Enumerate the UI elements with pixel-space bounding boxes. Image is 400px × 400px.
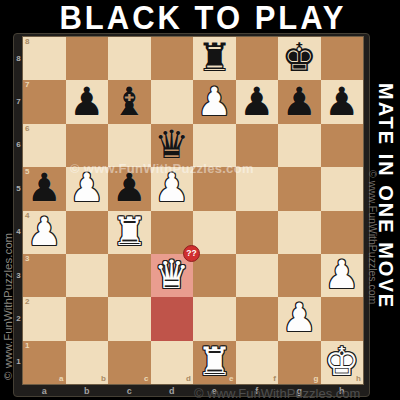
square-rank-label: 8: [25, 38, 29, 46]
piece-black-rook-e8: ♜: [197, 38, 232, 77]
square-a3: 3: [23, 254, 66, 297]
square-e4: [193, 211, 236, 254]
board-frame: 8♜♚7♟♝♟♟♟♟6♛5♟♟♟♟4♟♜3??♛♟2♟1abcde♜fgh♚ 8…: [13, 33, 370, 397]
square-rank-label: 1: [25, 342, 29, 350]
frame-file-label: a: [23, 386, 66, 397]
square-f4: [236, 211, 279, 254]
piece-white-rook-c4: ♜: [112, 212, 147, 251]
piece-black-pawn-f7: ♟: [239, 82, 274, 121]
square-b5: ♟: [66, 167, 109, 210]
square-a2: 2: [23, 297, 66, 340]
piece-white-pawn-b5: ♟: [69, 168, 104, 207]
piece-white-pawn-e7: ♟: [197, 82, 232, 121]
square-e3: [193, 254, 236, 297]
square-f6: [236, 124, 279, 167]
square-h8: [321, 37, 364, 80]
frame-file-label: f: [236, 386, 279, 397]
square-g2: ♟: [278, 297, 321, 340]
piece-white-pawn-a4: ♟: [27, 212, 62, 251]
square-f1: f: [236, 341, 279, 384]
piece-black-bishop-c7: ♝: [112, 82, 147, 121]
square-c3: [108, 254, 151, 297]
square-d6: ♛: [151, 124, 194, 167]
square-c6: [108, 124, 151, 167]
square-h6: [321, 124, 364, 167]
square-f7: ♟: [236, 80, 279, 123]
square-f2: [236, 297, 279, 340]
square-c4: ♜: [108, 211, 151, 254]
piece-white-pawn-h3: ♟: [324, 255, 359, 294]
piece-black-pawn-a5: ♟: [27, 168, 62, 207]
frame-file-label: g: [278, 386, 321, 397]
piece-white-rook-e1: ♜: [197, 342, 232, 381]
frame-rank-label: 4: [14, 227, 23, 237]
square-file-label: d: [186, 375, 191, 383]
square-h1: h♚: [321, 341, 364, 384]
square-d1: d: [151, 341, 194, 384]
square-file-label: b: [101, 375, 106, 383]
square-b1: b: [66, 341, 109, 384]
square-e8: ♜: [193, 37, 236, 80]
frame-rank-label: 2: [14, 314, 23, 324]
square-a6: 6: [23, 124, 66, 167]
square-g7: ♟: [278, 80, 321, 123]
frame-file-label: h: [321, 386, 364, 397]
square-b3: [66, 254, 109, 297]
square-a8: 8: [23, 37, 66, 80]
square-g1: g: [278, 341, 321, 384]
square-g6: [278, 124, 321, 167]
square-g4: [278, 211, 321, 254]
frame-rank-label: 8: [14, 54, 23, 64]
square-b8: [66, 37, 109, 80]
square-file-label: g: [314, 375, 319, 383]
square-f5: [236, 167, 279, 210]
square-rank-label: 3: [25, 255, 29, 263]
square-file-label: c: [144, 375, 148, 383]
piece-black-king-g8: ♚: [282, 38, 317, 77]
square-e6: [193, 124, 236, 167]
square-e1: e♜: [193, 341, 236, 384]
square-d5: ♟: [151, 167, 194, 210]
frame-file-label: c: [108, 386, 151, 397]
square-e2: [193, 297, 236, 340]
square-h5: [321, 167, 364, 210]
piece-white-pawn-d5: ♟: [154, 168, 189, 207]
square-a1: 1a: [23, 341, 66, 384]
square-d2: [151, 297, 194, 340]
square-h7: ♟: [321, 80, 364, 123]
blunder-badge: ??: [183, 245, 200, 262]
square-b7: ♟: [66, 80, 109, 123]
square-h4: [321, 211, 364, 254]
square-g3: [278, 254, 321, 297]
square-a5: 5♟: [23, 167, 66, 210]
square-a4: 4♟: [23, 211, 66, 254]
square-c2: [108, 297, 151, 340]
frame-rank-label: 5: [14, 184, 23, 194]
square-f3: [236, 254, 279, 297]
square-b6: [66, 124, 109, 167]
frame-rank-label: 3: [14, 271, 23, 281]
square-file-label: a: [59, 375, 63, 383]
square-c5: ♟: [108, 167, 151, 210]
mate-banner: MATE IN ONE MOVE: [371, 50, 399, 342]
piece-white-king-h1: ♚: [324, 342, 359, 381]
piece-white-pawn-g2: ♟: [282, 298, 317, 337]
square-d7: [151, 80, 194, 123]
square-g8: ♚: [278, 37, 321, 80]
piece-black-pawn-g7: ♟: [282, 82, 317, 121]
square-d3: ??♛: [151, 254, 194, 297]
chess-puzzle-page: { "game": "chess", "puzzle": { "title": …: [0, 0, 400, 400]
square-file-label: f: [273, 375, 276, 383]
square-c8: [108, 37, 151, 80]
square-d8: [151, 37, 194, 80]
piece-black-queen-d6: ♛: [154, 125, 189, 164]
piece-black-pawn-b7: ♟: [69, 82, 104, 121]
frame-rank-label: 7: [14, 97, 23, 107]
square-rank-label: 6: [25, 125, 29, 133]
square-e5: [193, 167, 236, 210]
frame-file-label: b: [66, 386, 109, 397]
square-rank-label: 2: [25, 298, 29, 306]
frame-rank-label: 1: [14, 357, 23, 367]
chess-board: 8♜♚7♟♝♟♟♟♟6♛5♟♟♟♟4♟♜3??♛♟2♟1abcde♜fgh♚: [23, 37, 363, 384]
square-c7: ♝: [108, 80, 151, 123]
square-h3: ♟: [321, 254, 364, 297]
square-rank-label: 7: [25, 81, 29, 89]
square-b4: [66, 211, 109, 254]
piece-black-pawn-h7: ♟: [324, 82, 359, 121]
square-h2: [321, 297, 364, 340]
square-e7: ♟: [193, 80, 236, 123]
frame-file-label: e: [193, 386, 236, 397]
square-a7: 7: [23, 80, 66, 123]
square-c1: c: [108, 341, 151, 384]
square-f8: [236, 37, 279, 80]
square-g5: [278, 167, 321, 210]
piece-white-queen-d3: ♛: [154, 255, 189, 294]
square-b2: [66, 297, 109, 340]
piece-black-pawn-c5: ♟: [112, 168, 147, 207]
frame-file-label: d: [151, 386, 194, 397]
frame-rank-label: 6: [14, 140, 23, 150]
